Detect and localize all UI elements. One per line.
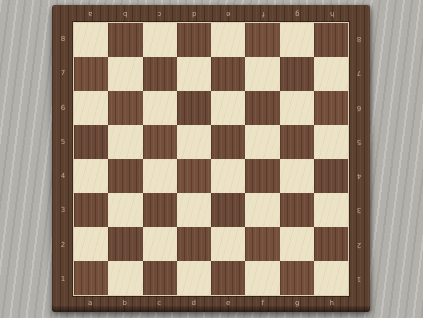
rank-label-right-2: 2 — [352, 228, 366, 262]
file-label-bottom-e: e — [211, 297, 246, 308]
rank-label-left-4: 4 — [56, 159, 70, 193]
file-label-bottom-h: h — [315, 297, 350, 308]
square-a5 — [74, 125, 108, 159]
square-d6 — [177, 91, 211, 125]
square-b3 — [108, 193, 142, 227]
square-f7 — [245, 57, 279, 91]
file-label-bottom-g: g — [280, 297, 315, 308]
rank-label-left-6: 6 — [56, 91, 70, 125]
square-f6 — [245, 91, 279, 125]
square-a3 — [74, 193, 108, 227]
square-e3 — [211, 193, 245, 227]
square-f1 — [245, 261, 279, 295]
table-surface: { "game": "chess", "position": { "fen": … — [0, 0, 423, 318]
rank-label-left-8: 8 — [56, 22, 70, 56]
square-g1 — [280, 261, 314, 295]
square-h8 — [314, 23, 348, 57]
square-d7 — [177, 57, 211, 91]
rank-label-right-7: 7 — [352, 56, 366, 90]
square-f3 — [245, 193, 279, 227]
square-h3 — [314, 193, 348, 227]
square-h7 — [314, 57, 348, 91]
file-label-top-f: f — [246, 8, 281, 20]
square-d2 — [177, 227, 211, 261]
file-label-top-c: c — [142, 8, 177, 20]
file-labels-top: abcdefgh — [73, 8, 349, 20]
file-labels-bottom: abcdefgh — [73, 297, 349, 308]
file-label-bottom-a: a — [73, 297, 108, 308]
square-g8 — [280, 23, 314, 57]
rank-label-right-5: 5 — [352, 125, 366, 159]
square-b5 — [108, 125, 142, 159]
square-d3 — [177, 193, 211, 227]
square-h2 — [314, 227, 348, 261]
square-g7 — [280, 57, 314, 91]
square-h4 — [314, 159, 348, 193]
square-a4 — [74, 159, 108, 193]
board-squares — [73, 22, 349, 296]
square-c7 — [143, 57, 177, 91]
rank-label-right-8: 8 — [352, 22, 366, 56]
square-c1 — [143, 261, 177, 295]
square-e2 — [211, 227, 245, 261]
file-label-bottom-d: d — [177, 297, 212, 308]
rank-label-left-7: 7 — [56, 56, 70, 90]
square-a2 — [74, 227, 108, 261]
square-a1 — [74, 261, 108, 295]
square-g2 — [280, 227, 314, 261]
rank-label-left-1: 1 — [56, 262, 70, 296]
square-c5 — [143, 125, 177, 159]
file-label-top-h: h — [315, 8, 350, 20]
rank-label-right-6: 6 — [352, 91, 366, 125]
square-g6 — [280, 91, 314, 125]
file-label-bottom-f: f — [246, 297, 281, 308]
square-a7 — [74, 57, 108, 91]
file-label-bottom-c: c — [142, 297, 177, 308]
rank-label-left-5: 5 — [56, 125, 70, 159]
rank-label-right-3: 3 — [352, 193, 366, 227]
square-e5 — [211, 125, 245, 159]
square-g5 — [280, 125, 314, 159]
square-h5 — [314, 125, 348, 159]
square-h6 — [314, 91, 348, 125]
square-c2 — [143, 227, 177, 261]
square-g3 — [280, 193, 314, 227]
square-g4 — [280, 159, 314, 193]
rank-labels-right: 87654321 — [352, 22, 366, 296]
square-d8 — [177, 23, 211, 57]
rank-label-left-2: 2 — [56, 228, 70, 262]
square-b4 — [108, 159, 142, 193]
file-label-top-e: e — [211, 8, 246, 20]
file-label-top-d: d — [177, 8, 212, 20]
rank-label-right-4: 4 — [352, 159, 366, 193]
square-c4 — [143, 159, 177, 193]
square-c6 — [143, 91, 177, 125]
square-c8 — [143, 23, 177, 57]
rank-labels-left: 87654321 — [56, 22, 70, 296]
square-c3 — [143, 193, 177, 227]
square-b1 — [108, 261, 142, 295]
square-d1 — [177, 261, 211, 295]
square-e6 — [211, 91, 245, 125]
square-b7 — [108, 57, 142, 91]
square-e7 — [211, 57, 245, 91]
square-b8 — [108, 23, 142, 57]
square-b2 — [108, 227, 142, 261]
square-h1 — [314, 261, 348, 295]
square-a8 — [74, 23, 108, 57]
square-d5 — [177, 125, 211, 159]
square-a6 — [74, 91, 108, 125]
square-b6 — [108, 91, 142, 125]
chess-board: abcdefgh abcdefgh 87654321 87654321 — [52, 5, 370, 312]
rank-label-left-3: 3 — [56, 193, 70, 227]
rank-label-right-1: 1 — [352, 262, 366, 296]
file-label-top-a: a — [73, 8, 108, 20]
square-d4 — [177, 159, 211, 193]
square-e1 — [211, 261, 245, 295]
square-e8 — [211, 23, 245, 57]
file-label-bottom-b: b — [108, 297, 143, 308]
square-f8 — [245, 23, 279, 57]
file-label-top-b: b — [108, 8, 143, 20]
square-f2 — [245, 227, 279, 261]
square-e4 — [211, 159, 245, 193]
file-label-top-g: g — [280, 8, 315, 20]
square-f5 — [245, 125, 279, 159]
square-f4 — [245, 159, 279, 193]
